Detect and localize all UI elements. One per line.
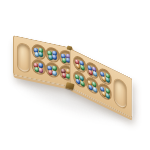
store-right: [113, 76, 126, 111]
product-photo-canvas: { "game": "mancala", "variant": "kalah-6…: [0, 0, 150, 150]
stone-pink: [39, 67, 44, 73]
pit-bottom-6[interactable]: [99, 81, 112, 103]
pit-top-1[interactable]: [31, 43, 46, 61]
hinge-top: [67, 45, 73, 50]
stone-lightblue: [93, 70, 97, 77]
stone-green: [80, 64, 84, 71]
stone-blue: [52, 55, 57, 61]
pit-bottom-1[interactable]: [31, 58, 46, 76]
stone-lightblue: [52, 70, 57, 76]
stone-green: [80, 80, 84, 87]
pit-top-2[interactable]: [45, 46, 60, 64]
store-left: [17, 42, 31, 74]
stone-teal: [39, 52, 44, 58]
pit-bottom-2[interactable]: [45, 61, 60, 79]
stone-lightblue: [93, 86, 97, 93]
